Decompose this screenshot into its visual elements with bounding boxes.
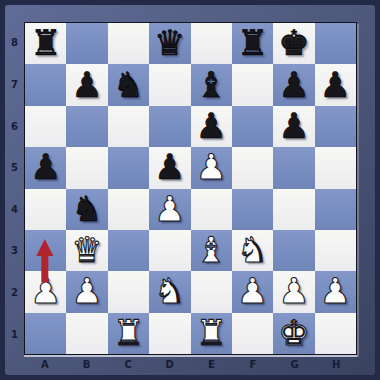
black-pawn-d5[interactable]: ♟ [154, 150, 185, 185]
square-h8[interactable] [315, 23, 356, 64]
black-knight-b4[interactable]: ♞ [71, 192, 102, 227]
square-e2[interactable] [191, 271, 232, 312]
square-f4[interactable] [232, 189, 273, 230]
file-label-e: E [191, 355, 233, 374]
file-label-g: G [274, 355, 316, 374]
white-rook-e1[interactable]: ♜ [195, 316, 226, 351]
black-rook-f8[interactable]: ♜ [237, 26, 268, 61]
square-h3[interactable] [315, 230, 356, 271]
rank-labels: 87654321 [5, 22, 24, 355]
square-d7[interactable] [149, 64, 190, 105]
black-pawn-a5[interactable]: ♟ [30, 150, 61, 185]
square-b1[interactable] [66, 313, 107, 354]
square-c8[interactable] [108, 23, 149, 64]
square-e6[interactable]: ♟ [191, 106, 232, 147]
white-pawn-e5[interactable]: ♟ [195, 150, 226, 185]
white-bishop-e3[interactable]: ♝ [195, 233, 226, 268]
square-f7[interactable] [232, 64, 273, 105]
square-c6[interactable] [108, 106, 149, 147]
white-pawn-g2[interactable]: ♟ [278, 274, 309, 309]
square-a4[interactable] [25, 189, 66, 230]
square-g5[interactable] [273, 147, 314, 188]
black-king-g8[interactable]: ♚ [278, 26, 309, 61]
white-rook-c1[interactable]: ♜ [113, 316, 144, 351]
square-h5[interactable] [315, 147, 356, 188]
white-pawn-b2[interactable]: ♟ [71, 274, 102, 309]
square-h1[interactable] [315, 313, 356, 354]
square-c3[interactable] [108, 230, 149, 271]
black-bishop-e7[interactable]: ♝ [195, 68, 226, 103]
square-g4[interactable] [273, 189, 314, 230]
rank-label-5: 5 [5, 147, 24, 189]
file-labels: ABCDEFGH [24, 355, 357, 374]
square-g2[interactable]: ♟ [273, 271, 314, 312]
square-d1[interactable] [149, 313, 190, 354]
black-rook-a8[interactable]: ♜ [30, 26, 61, 61]
square-g3[interactable] [273, 230, 314, 271]
rank-label-2: 2 [5, 272, 24, 314]
square-a1[interactable] [25, 313, 66, 354]
square-b3[interactable]: ♛ [66, 230, 107, 271]
square-g1[interactable]: ♚ [273, 313, 314, 354]
square-b5[interactable] [66, 147, 107, 188]
black-pawn-h7[interactable]: ♟ [320, 68, 351, 103]
rank-label-8: 8 [5, 22, 24, 64]
square-f2[interactable]: ♟ [232, 271, 273, 312]
file-label-f: F [232, 355, 274, 374]
black-pawn-g6[interactable]: ♟ [278, 109, 309, 144]
square-g6[interactable]: ♟ [273, 106, 314, 147]
square-c4[interactable] [108, 189, 149, 230]
square-h7[interactable]: ♟ [315, 64, 356, 105]
square-d2[interactable]: ♞ [149, 271, 190, 312]
file-label-c: C [107, 355, 149, 374]
square-f6[interactable] [232, 106, 273, 147]
square-a6[interactable] [25, 106, 66, 147]
black-knight-c7[interactable]: ♞ [113, 68, 144, 103]
square-b8[interactable] [66, 23, 107, 64]
white-pawn-d4[interactable]: ♟ [154, 192, 185, 227]
square-b4[interactable]: ♞ [66, 189, 107, 230]
square-e3[interactable]: ♝ [191, 230, 232, 271]
rank-label-4: 4 [5, 189, 24, 231]
white-pawn-h2[interactable]: ♟ [320, 274, 351, 309]
square-b7[interactable]: ♟ [66, 64, 107, 105]
white-king-g1[interactable]: ♚ [278, 316, 309, 351]
square-h6[interactable] [315, 106, 356, 147]
square-c7[interactable]: ♞ [108, 64, 149, 105]
square-e1[interactable]: ♜ [191, 313, 232, 354]
file-label-d: D [149, 355, 191, 374]
file-label-b: B [66, 355, 108, 374]
square-f8[interactable]: ♜ [232, 23, 273, 64]
square-a2[interactable]: ♟ [25, 271, 66, 312]
white-knight-d2[interactable]: ♞ [154, 274, 185, 309]
square-g7[interactable]: ♟ [273, 64, 314, 105]
rank-label-7: 7 [5, 64, 24, 106]
square-b2[interactable]: ♟ [66, 271, 107, 312]
chess-board[interactable]: ♜♛♜♚♟♞♝♟♟♟♟♟♟♟♞♟♛♝♞♟♟♞♟♟♟♜♜♚ [24, 22, 357, 355]
square-f3[interactable]: ♞ [232, 230, 273, 271]
white-pawn-a2[interactable]: ♟ [30, 274, 61, 309]
rank-label-3: 3 [5, 230, 24, 272]
black-pawn-e6[interactable]: ♟ [195, 109, 226, 144]
black-pawn-b7[interactable]: ♟ [71, 68, 102, 103]
file-label-h: H [315, 355, 357, 374]
square-c1[interactable]: ♜ [108, 313, 149, 354]
square-f5[interactable] [232, 147, 273, 188]
white-queen-b3[interactable]: ♛ [71, 233, 102, 268]
square-e5[interactable]: ♟ [191, 147, 232, 188]
white-pawn-f2[interactable]: ♟ [237, 274, 268, 309]
square-f1[interactable] [232, 313, 273, 354]
black-pawn-g7[interactable]: ♟ [278, 68, 309, 103]
square-e8[interactable] [191, 23, 232, 64]
square-a5[interactable]: ♟ [25, 147, 66, 188]
square-h2[interactable]: ♟ [315, 271, 356, 312]
square-e4[interactable] [191, 189, 232, 230]
rank-label-6: 6 [5, 105, 24, 147]
square-b6[interactable] [66, 106, 107, 147]
square-a8[interactable]: ♜ [25, 23, 66, 64]
square-a3[interactable] [25, 230, 66, 271]
square-h4[interactable] [315, 189, 356, 230]
square-d4[interactable]: ♟ [149, 189, 190, 230]
square-d5[interactable]: ♟ [149, 147, 190, 188]
file-label-a: A [24, 355, 66, 374]
square-d6[interactable] [149, 106, 190, 147]
square-g8[interactable]: ♚ [273, 23, 314, 64]
rank-label-1: 1 [5, 313, 24, 355]
square-d3[interactable] [149, 230, 190, 271]
white-knight-f3[interactable]: ♞ [237, 233, 268, 268]
square-e7[interactable]: ♝ [191, 64, 232, 105]
square-d8[interactable]: ♛ [149, 23, 190, 64]
black-queen-d8[interactable]: ♛ [154, 26, 185, 61]
square-a7[interactable] [25, 64, 66, 105]
square-c2[interactable] [108, 271, 149, 312]
square-c5[interactable] [108, 147, 149, 188]
